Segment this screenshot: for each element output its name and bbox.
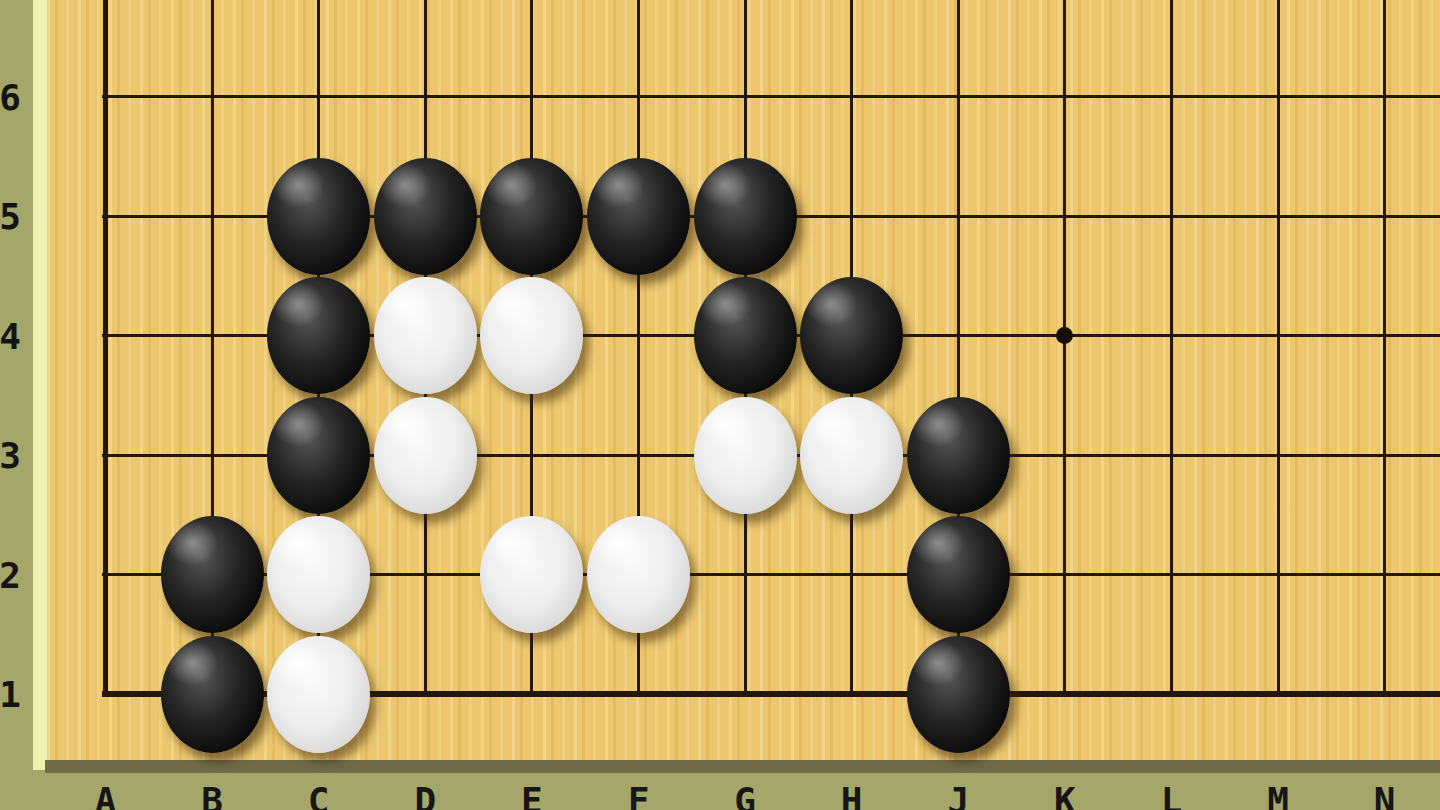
row-label-2: 2 <box>0 558 27 594</box>
stone-black-J1 <box>907 636 1010 753</box>
column-label-A: A <box>84 783 128 810</box>
stone-black-C4 <box>267 277 370 394</box>
stone-white-D3 <box>374 397 477 514</box>
stone-black-C5 <box>267 158 370 275</box>
stone-black-E5 <box>480 158 583 275</box>
grid-line-v-K <box>1063 0 1066 697</box>
stone-black-B1 <box>161 636 264 753</box>
column-label-H: H <box>830 783 874 810</box>
column-label-J: J <box>936 783 980 810</box>
column-label-B: B <box>190 783 234 810</box>
stone-white-C2 <box>267 516 370 633</box>
column-label-E: E <box>510 783 554 810</box>
stone-black-B2 <box>161 516 264 633</box>
column-label-G: G <box>723 783 767 810</box>
stone-black-F5 <box>587 158 690 275</box>
screenshot-root: 654321ABCDEFGHJKLMN <box>0 0 1440 810</box>
column-label-F: F <box>617 783 661 810</box>
grid-line-v-M <box>1277 0 1280 697</box>
grid-line-h-6 <box>102 95 1440 98</box>
column-label-M: M <box>1256 783 1300 810</box>
column-label-D: D <box>403 783 447 810</box>
column-label-C: C <box>297 783 341 810</box>
board-edge-highlight <box>33 0 47 770</box>
column-label-K: K <box>1043 783 1087 810</box>
stone-black-G5 <box>694 158 797 275</box>
stone-white-C1 <box>267 636 370 753</box>
column-label-N: N <box>1363 783 1407 810</box>
stone-black-J3 <box>907 397 1010 514</box>
stone-white-E2 <box>480 516 583 633</box>
stone-black-H4 <box>800 277 903 394</box>
stone-white-F2 <box>587 516 690 633</box>
grid-line-v-L <box>1170 0 1173 697</box>
board-left-edge-line <box>103 0 108 697</box>
row-label-5: 5 <box>0 199 27 235</box>
stone-white-D4 <box>374 277 477 394</box>
row-label-6: 6 <box>0 80 27 116</box>
grid-line-v-N <box>1383 0 1386 697</box>
row-label-3: 3 <box>0 438 27 474</box>
stone-white-H3 <box>800 397 903 514</box>
stone-black-G4 <box>694 277 797 394</box>
column-label-L: L <box>1150 783 1194 810</box>
board-shadow-strip <box>45 760 1440 773</box>
stone-black-C3 <box>267 397 370 514</box>
stone-black-J2 <box>907 516 1010 633</box>
stone-white-E4 <box>480 277 583 394</box>
row-label-1: 1 <box>0 677 27 713</box>
stone-black-D5 <box>374 158 477 275</box>
stone-white-G3 <box>694 397 797 514</box>
row-label-4: 4 <box>0 319 27 355</box>
